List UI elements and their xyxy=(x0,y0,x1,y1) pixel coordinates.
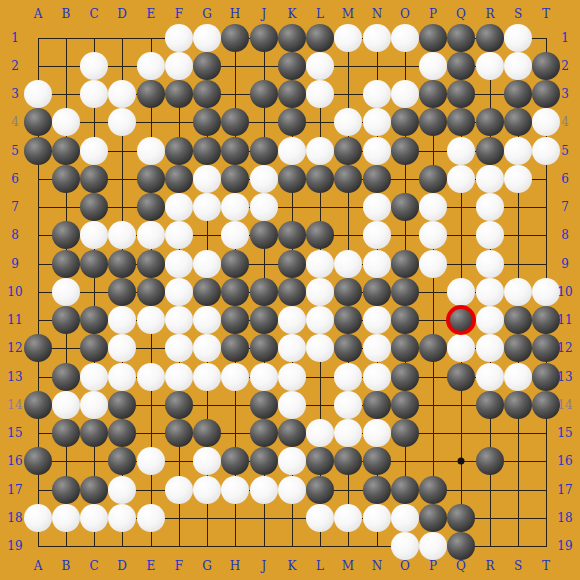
white-stone xyxy=(221,221,249,249)
black-stone xyxy=(419,476,447,504)
coordinate-label: 10 xyxy=(7,286,22,298)
white-stone xyxy=(193,306,221,334)
black-stone xyxy=(447,504,475,532)
white-stone xyxy=(306,52,334,80)
black-stone xyxy=(52,221,80,249)
white-stone xyxy=(363,363,391,391)
white-stone xyxy=(504,278,532,306)
white-stone xyxy=(193,24,221,52)
black-stone xyxy=(193,52,221,80)
black-stone xyxy=(306,221,334,249)
black-stone xyxy=(476,24,504,52)
white-stone xyxy=(52,504,80,532)
black-stone xyxy=(250,419,278,447)
black-stone xyxy=(137,250,165,278)
white-stone xyxy=(334,250,362,278)
white-stone xyxy=(108,80,136,108)
black-stone xyxy=(80,250,108,278)
black-stone xyxy=(504,108,532,136)
white-stone xyxy=(306,278,334,306)
white-stone xyxy=(108,221,136,249)
white-stone xyxy=(306,504,334,532)
white-stone xyxy=(165,193,193,221)
black-stone xyxy=(447,363,475,391)
black-stone xyxy=(52,363,80,391)
white-stone xyxy=(306,334,334,362)
coordinate-label: Q xyxy=(456,560,466,572)
white-stone xyxy=(165,250,193,278)
coordinate-label: J xyxy=(262,560,267,572)
black-stone xyxy=(250,391,278,419)
black-stone xyxy=(24,137,52,165)
coordinate-label: 11 xyxy=(7,314,22,326)
white-stone xyxy=(419,52,447,80)
black-stone xyxy=(391,137,419,165)
black-stone xyxy=(193,108,221,136)
coordinate-label: 2 xyxy=(561,60,569,72)
white-stone xyxy=(278,391,306,419)
black-stone xyxy=(221,165,249,193)
white-stone xyxy=(193,165,221,193)
black-stone xyxy=(80,193,108,221)
white-stone xyxy=(504,24,532,52)
white-stone xyxy=(447,278,475,306)
white-stone xyxy=(363,504,391,532)
white-stone xyxy=(532,278,560,306)
black-stone xyxy=(363,278,391,306)
black-stone xyxy=(165,391,193,419)
black-stone xyxy=(250,24,278,52)
white-stone xyxy=(250,165,278,193)
black-stone xyxy=(278,52,306,80)
white-stone xyxy=(476,221,504,249)
white-stone xyxy=(52,108,80,136)
black-stone xyxy=(193,278,221,306)
white-stone xyxy=(165,221,193,249)
white-stone xyxy=(193,250,221,278)
coordinate-label: P xyxy=(429,8,437,20)
white-stone xyxy=(504,165,532,193)
coordinate-label: G xyxy=(202,8,212,20)
coordinate-label: G xyxy=(202,560,212,572)
black-stone xyxy=(391,193,419,221)
white-stone xyxy=(363,334,391,362)
black-stone xyxy=(165,80,193,108)
black-stone xyxy=(504,80,532,108)
go-board[interactable]: AABBCCDDEEFFGGHHJJKKLLMMNNOOPPQQRRSSTT11… xyxy=(0,0,580,580)
coordinate-label: 11 xyxy=(557,314,572,326)
black-stone xyxy=(193,419,221,447)
black-stone xyxy=(24,108,52,136)
black-stone xyxy=(278,24,306,52)
black-stone xyxy=(108,419,136,447)
white-stone xyxy=(476,278,504,306)
white-stone xyxy=(108,504,136,532)
black-stone xyxy=(221,24,249,52)
black-stone xyxy=(250,447,278,475)
black-stone xyxy=(391,363,419,391)
coordinate-label: 8 xyxy=(561,229,569,241)
white-stone xyxy=(250,193,278,221)
black-stone xyxy=(221,278,249,306)
black-stone xyxy=(391,419,419,447)
white-stone xyxy=(363,137,391,165)
coordinate-label: 3 xyxy=(561,88,569,100)
black-stone xyxy=(419,24,447,52)
last-move-marker xyxy=(446,305,476,335)
white-stone xyxy=(532,108,560,136)
white-stone xyxy=(250,476,278,504)
coordinate-label: 14 xyxy=(557,399,572,411)
white-stone xyxy=(278,476,306,504)
black-stone xyxy=(391,108,419,136)
black-stone xyxy=(447,108,475,136)
coordinate-label: T xyxy=(542,8,550,20)
coordinate-label: K xyxy=(288,8,297,20)
coordinate-label: 12 xyxy=(557,342,572,354)
coordinate-label: 1 xyxy=(561,32,569,44)
black-stone xyxy=(391,334,419,362)
coordinate-label: B xyxy=(62,560,71,572)
coordinate-label: 3 xyxy=(11,88,19,100)
coordinate-label: F xyxy=(175,560,183,572)
coordinate-label: 9 xyxy=(561,258,569,270)
black-stone xyxy=(391,476,419,504)
black-stone xyxy=(221,137,249,165)
white-stone xyxy=(165,334,193,362)
black-stone xyxy=(108,447,136,475)
coordinate-label: A xyxy=(34,8,43,20)
coordinate-label: 9 xyxy=(11,258,19,270)
coordinate-label: 16 xyxy=(7,455,22,467)
black-stone xyxy=(278,419,306,447)
black-stone xyxy=(52,419,80,447)
white-stone xyxy=(137,52,165,80)
black-stone xyxy=(221,334,249,362)
coordinate-label: D xyxy=(117,560,127,572)
white-stone xyxy=(306,80,334,108)
white-stone xyxy=(108,108,136,136)
black-stone xyxy=(80,334,108,362)
coordinate-label: A xyxy=(34,560,43,572)
white-stone xyxy=(447,334,475,362)
coordinate-label: 7 xyxy=(561,201,569,213)
white-stone xyxy=(306,306,334,334)
black-stone xyxy=(504,306,532,334)
white-stone xyxy=(419,250,447,278)
coordinate-label: 2 xyxy=(11,60,19,72)
coordinate-label: H xyxy=(230,8,240,20)
black-stone xyxy=(334,447,362,475)
black-stone xyxy=(108,250,136,278)
white-stone xyxy=(165,24,193,52)
black-stone xyxy=(363,391,391,419)
coordinate-label: E xyxy=(147,8,156,20)
black-stone xyxy=(419,108,447,136)
black-stone xyxy=(419,334,447,362)
black-stone xyxy=(532,80,560,108)
white-stone xyxy=(504,52,532,80)
coordinate-label: 5 xyxy=(561,145,569,157)
black-stone xyxy=(476,108,504,136)
white-stone xyxy=(476,334,504,362)
white-stone xyxy=(363,193,391,221)
black-stone xyxy=(334,306,362,334)
white-stone xyxy=(165,278,193,306)
white-stone xyxy=(193,447,221,475)
white-stone xyxy=(137,221,165,249)
coordinate-label: 8 xyxy=(11,229,19,241)
white-stone xyxy=(221,476,249,504)
white-stone xyxy=(137,306,165,334)
black-stone xyxy=(108,391,136,419)
black-stone xyxy=(221,108,249,136)
black-stone xyxy=(221,447,249,475)
coordinate-label: 6 xyxy=(11,173,19,185)
coordinate-label: D xyxy=(117,8,127,20)
black-stone xyxy=(165,419,193,447)
coordinate-label: K xyxy=(288,560,297,572)
black-stone xyxy=(334,165,362,193)
white-stone xyxy=(504,363,532,391)
coordinate-label: 6 xyxy=(561,173,569,185)
white-stone xyxy=(221,193,249,221)
black-stone xyxy=(278,278,306,306)
black-stone xyxy=(137,80,165,108)
white-stone xyxy=(447,137,475,165)
coordinate-label: O xyxy=(400,560,410,572)
coordinate-label: 16 xyxy=(557,455,572,467)
black-stone xyxy=(193,80,221,108)
black-stone xyxy=(476,447,504,475)
coordinate-label: 5 xyxy=(11,145,19,157)
white-stone xyxy=(80,137,108,165)
white-stone xyxy=(334,24,362,52)
coordinate-label: R xyxy=(485,560,494,572)
white-stone xyxy=(80,52,108,80)
coordinate-label: 15 xyxy=(557,427,572,439)
coordinate-label: 15 xyxy=(7,427,22,439)
white-stone xyxy=(24,504,52,532)
coordinate-label: 18 xyxy=(557,512,572,524)
black-stone xyxy=(306,447,334,475)
coordinate-label: 19 xyxy=(7,540,22,552)
black-stone xyxy=(447,24,475,52)
white-stone xyxy=(334,108,362,136)
coordinate-label: 14 xyxy=(7,399,22,411)
black-stone xyxy=(363,476,391,504)
black-stone xyxy=(80,165,108,193)
coordinate-label: 13 xyxy=(557,371,572,383)
coordinate-label: 18 xyxy=(7,512,22,524)
black-stone xyxy=(447,532,475,560)
black-stone xyxy=(108,278,136,306)
white-stone xyxy=(137,137,165,165)
white-stone xyxy=(476,363,504,391)
black-stone xyxy=(24,334,52,362)
black-stone xyxy=(52,165,80,193)
coordinate-label: S xyxy=(514,8,522,20)
black-stone xyxy=(250,80,278,108)
coordinate-label: 13 xyxy=(7,371,22,383)
coordinate-label: C xyxy=(89,560,98,572)
white-stone xyxy=(306,250,334,278)
coordinate-label: 19 xyxy=(557,540,572,552)
white-stone xyxy=(193,193,221,221)
black-stone xyxy=(532,52,560,80)
white-stone xyxy=(80,221,108,249)
coordinate-label: Q xyxy=(456,8,466,20)
white-stone xyxy=(278,363,306,391)
black-stone xyxy=(334,137,362,165)
coordinate-label: J xyxy=(262,8,267,20)
coordinate-label: C xyxy=(89,8,98,20)
black-stone xyxy=(221,306,249,334)
coordinate-label: 4 xyxy=(11,116,19,128)
white-stone xyxy=(419,193,447,221)
black-stone xyxy=(391,278,419,306)
black-stone xyxy=(532,334,560,362)
white-stone xyxy=(363,306,391,334)
white-stone xyxy=(52,391,80,419)
white-stone xyxy=(476,250,504,278)
white-stone xyxy=(391,532,419,560)
coordinate-label: F xyxy=(175,8,183,20)
black-stone xyxy=(250,221,278,249)
coordinate-label: M xyxy=(342,8,354,20)
black-stone xyxy=(476,391,504,419)
black-stone xyxy=(165,165,193,193)
white-stone xyxy=(476,306,504,334)
white-stone xyxy=(165,306,193,334)
coordinate-label: L xyxy=(316,560,324,572)
black-stone xyxy=(532,391,560,419)
black-stone xyxy=(504,391,532,419)
black-stone xyxy=(476,137,504,165)
black-stone xyxy=(419,504,447,532)
white-stone xyxy=(80,391,108,419)
coordinate-label: 17 xyxy=(7,484,22,496)
white-stone xyxy=(476,193,504,221)
white-stone xyxy=(532,137,560,165)
black-stone xyxy=(278,80,306,108)
white-stone xyxy=(363,221,391,249)
black-stone xyxy=(334,278,362,306)
coordinate-label: L xyxy=(316,8,324,20)
white-stone xyxy=(334,419,362,447)
coordinate-label: 10 xyxy=(557,286,572,298)
black-stone xyxy=(363,447,391,475)
white-stone xyxy=(250,363,278,391)
white-stone xyxy=(278,137,306,165)
coordinate-label: E xyxy=(147,560,156,572)
white-stone xyxy=(80,504,108,532)
white-stone xyxy=(193,334,221,362)
black-stone xyxy=(532,306,560,334)
black-stone xyxy=(52,306,80,334)
white-stone xyxy=(80,363,108,391)
white-stone xyxy=(108,476,136,504)
white-stone xyxy=(137,363,165,391)
white-stone xyxy=(306,137,334,165)
black-stone xyxy=(278,165,306,193)
coordinate-label: S xyxy=(514,560,522,572)
white-stone xyxy=(334,504,362,532)
white-stone xyxy=(108,363,136,391)
white-stone xyxy=(363,250,391,278)
white-stone xyxy=(334,363,362,391)
black-stone xyxy=(504,334,532,362)
white-stone xyxy=(24,80,52,108)
white-stone xyxy=(334,391,362,419)
star-point xyxy=(458,458,465,465)
black-stone xyxy=(306,24,334,52)
coordinate-label: B xyxy=(62,8,71,20)
black-stone xyxy=(52,250,80,278)
black-stone xyxy=(52,137,80,165)
black-stone xyxy=(391,306,419,334)
white-stone xyxy=(391,24,419,52)
black-stone xyxy=(80,476,108,504)
black-stone xyxy=(391,391,419,419)
black-stone xyxy=(419,165,447,193)
black-stone xyxy=(250,278,278,306)
white-stone xyxy=(80,80,108,108)
white-stone xyxy=(476,52,504,80)
coordinate-label: O xyxy=(400,8,410,20)
coordinate-label: R xyxy=(485,8,494,20)
white-stone xyxy=(221,363,249,391)
black-stone xyxy=(137,193,165,221)
coordinate-label: 17 xyxy=(557,484,572,496)
white-stone xyxy=(165,476,193,504)
coordinate-label: 7 xyxy=(11,201,19,213)
white-stone xyxy=(108,306,136,334)
white-stone xyxy=(363,80,391,108)
white-stone xyxy=(419,221,447,249)
black-stone xyxy=(137,165,165,193)
coordinate-label: H xyxy=(230,560,240,572)
coordinate-label: M xyxy=(342,560,354,572)
black-stone xyxy=(165,137,193,165)
white-stone xyxy=(363,24,391,52)
white-stone xyxy=(391,80,419,108)
white-stone xyxy=(306,419,334,447)
black-stone xyxy=(306,165,334,193)
black-stone xyxy=(447,52,475,80)
black-stone xyxy=(391,250,419,278)
coordinate-label: 12 xyxy=(7,342,22,354)
white-stone xyxy=(52,278,80,306)
black-stone xyxy=(24,447,52,475)
white-stone xyxy=(137,447,165,475)
black-stone xyxy=(137,278,165,306)
white-stone xyxy=(137,504,165,532)
black-stone xyxy=(80,419,108,447)
coordinate-label: N xyxy=(372,560,383,572)
white-stone xyxy=(278,306,306,334)
white-stone xyxy=(447,165,475,193)
black-stone xyxy=(447,80,475,108)
black-stone xyxy=(80,306,108,334)
black-stone xyxy=(278,221,306,249)
black-stone xyxy=(24,391,52,419)
black-stone xyxy=(334,334,362,362)
black-stone xyxy=(306,476,334,504)
coordinate-label: 1 xyxy=(11,32,19,44)
white-stone xyxy=(363,419,391,447)
white-stone xyxy=(476,165,504,193)
